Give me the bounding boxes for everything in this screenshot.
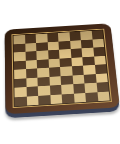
square-d1	[50, 94, 62, 104]
square-g1	[85, 92, 98, 102]
square-e1	[62, 93, 74, 103]
photo-background	[0, 0, 120, 144]
square-c1	[38, 95, 50, 105]
board-grid	[13, 30, 109, 106]
square-b1	[26, 95, 38, 105]
square-h1	[97, 91, 110, 101]
board-inlay-border	[12, 29, 112, 108]
square-a1	[15, 96, 27, 106]
square-f1	[73, 93, 86, 103]
chess-board	[5, 23, 120, 114]
